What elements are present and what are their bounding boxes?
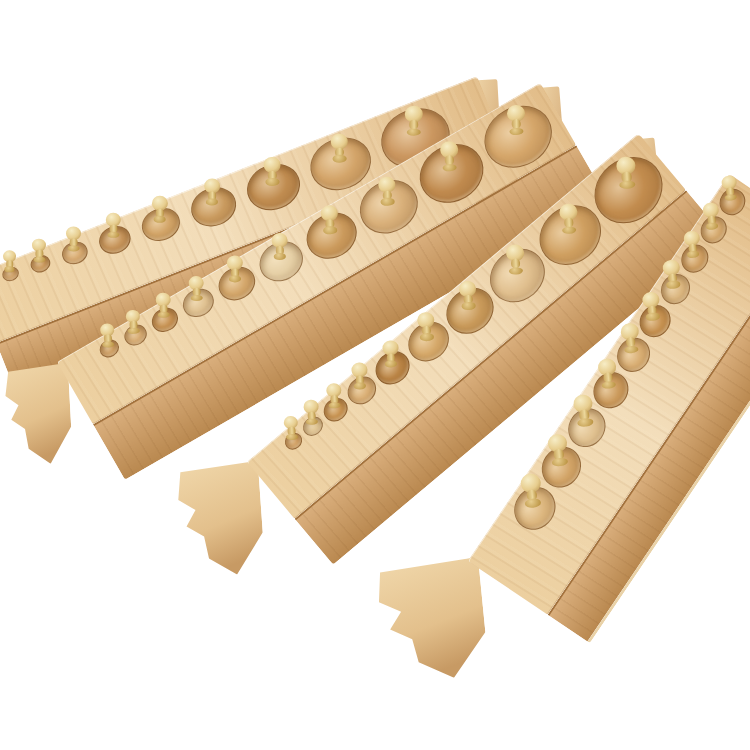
cylinder-knob <box>661 259 684 291</box>
block-2-end-face <box>2 363 73 466</box>
cylinder-knob <box>150 196 169 224</box>
end-face-molding <box>2 363 73 466</box>
cylinder-knob <box>104 213 122 239</box>
knob-base-bead <box>619 180 635 189</box>
knob-base-bead <box>102 341 113 347</box>
cylinder-knob <box>681 230 703 260</box>
knob-base-bead <box>328 402 340 409</box>
cylinder-knob <box>1 251 17 274</box>
knob-base-bead <box>265 178 279 185</box>
knob-base-bead <box>686 251 699 259</box>
knob-base-bead <box>333 155 347 162</box>
knob-base-bead <box>705 222 718 230</box>
knob-base-bead <box>286 434 297 440</box>
cylinder-knob <box>324 383 343 410</box>
cylinder-knob <box>301 400 320 427</box>
cylinder-knob <box>225 255 245 284</box>
knob-base-bead <box>524 498 541 508</box>
knob-base-bead <box>551 457 567 467</box>
cylinder-knob <box>504 243 527 276</box>
knob-base-bead <box>624 346 639 355</box>
knob-base-bead <box>667 280 681 289</box>
knob-base-bead <box>724 194 737 202</box>
cylinder-knob <box>556 203 579 236</box>
knob-base-bead <box>380 198 394 206</box>
knob-base-bead <box>4 267 14 273</box>
cylinder-knob <box>380 339 401 368</box>
knob-base-bead <box>443 164 458 172</box>
knob-base-bead <box>461 302 475 310</box>
knob-base-bead <box>107 232 119 238</box>
knob-base-bead <box>153 216 166 223</box>
cylinder-knob <box>99 323 117 348</box>
product-photo-stage: Product photo on a white background: fou… <box>0 0 750 750</box>
knob-base-bead <box>420 333 434 341</box>
block-4-front-right-end-face <box>374 557 490 685</box>
knob-base-bead <box>273 253 286 260</box>
cylinder-knob <box>438 141 461 173</box>
knob-base-bead <box>601 381 616 390</box>
knob-base-bead <box>305 419 317 426</box>
knob-base-bead <box>577 418 593 428</box>
knob-base-bead <box>229 275 242 282</box>
knob-base-bead <box>157 312 169 319</box>
cylinder-knob <box>700 201 722 231</box>
block-3-end-face <box>174 461 266 579</box>
cylinder-knob <box>403 106 425 138</box>
knob-base-bead <box>191 295 203 302</box>
cylinder-knob <box>571 394 597 429</box>
knob-base-bead <box>206 198 219 205</box>
cylinder-knob <box>329 134 350 164</box>
knob-base-bead <box>354 382 367 389</box>
cylinder-knob <box>416 311 438 342</box>
knob-base-bead <box>384 360 397 367</box>
cylinder-knob <box>269 233 289 262</box>
knob-base-bead <box>323 227 337 235</box>
cylinder-knob <box>505 105 528 137</box>
cylinder-knob <box>457 281 479 312</box>
cylinder-knob <box>282 416 300 441</box>
knob-base-bead <box>407 129 421 137</box>
cylinder-knob <box>64 226 82 252</box>
cylinder-knob <box>376 176 397 206</box>
cylinder-knob <box>640 291 663 323</box>
knob-base-bead <box>646 312 660 321</box>
knob-base-bead <box>67 245 79 251</box>
photo-description: Product photo on a white background: fou… <box>0 0 1 1</box>
knob-base-bead <box>508 266 523 274</box>
knob-base-bead <box>33 256 44 262</box>
cylinder-knob <box>319 205 340 235</box>
cylinder-knob <box>545 433 571 468</box>
cylinder-knob <box>518 473 546 510</box>
knob-base-bead <box>509 127 524 135</box>
knob-base-bead <box>128 328 139 334</box>
end-face-molding <box>174 461 266 579</box>
cylinder-knob <box>262 157 283 187</box>
cylinder-knob <box>349 362 370 391</box>
knob-base-bead <box>561 226 576 234</box>
cylinder-knob <box>719 175 740 203</box>
cylinder-knob <box>614 156 639 190</box>
cylinder-knob <box>202 178 221 206</box>
cylinder-knob <box>187 276 206 303</box>
cylinder-knob <box>618 323 643 357</box>
cylinder-knob <box>154 293 173 320</box>
cylinder-knob <box>595 358 620 392</box>
end-face-molding <box>374 557 490 685</box>
cylinder-knob <box>125 310 143 335</box>
cylinder-knob <box>30 239 47 264</box>
